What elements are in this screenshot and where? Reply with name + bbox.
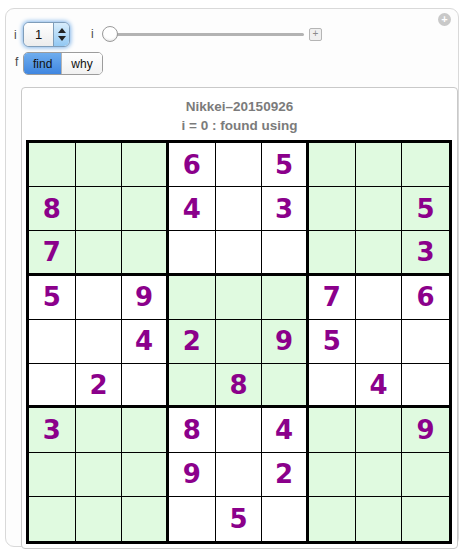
sudoku-cell-r7c7 <box>309 408 356 452</box>
iteration-slider[interactable] <box>104 33 304 36</box>
sudoku-cell-r3c5 <box>216 231 263 275</box>
sudoku-cell-r6c5: 8 <box>216 364 263 408</box>
slider-label: i <box>91 27 94 41</box>
sudoku-cell-r6c3 <box>122 364 169 408</box>
sudoku-cell-r9c9 <box>402 497 449 541</box>
stepper-up-icon[interactable] <box>58 28 66 33</box>
sudoku-cell-r6c2: 2 <box>76 364 123 408</box>
sudoku-cell-r4c2 <box>76 276 123 320</box>
mode-toggle: find why <box>23 52 103 75</box>
manipulate-frame: i 1 i + f find why + Nikkei–20150926 i =… <box>5 8 459 547</box>
sudoku-cell-r1c3 <box>122 143 169 187</box>
slider-expander-button[interactable]: + <box>309 28 322 41</box>
sudoku-cell-r8c4: 9 <box>169 453 216 497</box>
sudoku-cell-r2c7 <box>309 187 356 231</box>
sudoku-cell-r6c4 <box>169 364 216 408</box>
sudoku-cell-r2c3 <box>122 187 169 231</box>
sudoku-cell-r4c3: 9 <box>122 276 169 320</box>
sudoku-cell-r6c9 <box>402 364 449 408</box>
sudoku-cell-r5c8 <box>356 320 403 364</box>
sudoku-cell-r8c3 <box>122 453 169 497</box>
sudoku-cell-r1c2 <box>76 143 123 187</box>
sudoku-cell-r5c3: 4 <box>122 320 169 364</box>
sudoku-cell-r2c6: 3 <box>262 187 309 231</box>
puzzle-title: Nikkei–20150926 <box>22 99 457 114</box>
sudoku-cell-r1c5 <box>216 143 263 187</box>
sudoku-cell-r1c1 <box>29 143 76 187</box>
sudoku-cell-r9c5: 5 <box>216 497 263 541</box>
sudoku-cell-r2c4: 4 <box>169 187 216 231</box>
status-line: i = 0 : found using <box>22 118 457 133</box>
slider-thumb[interactable] <box>102 26 118 42</box>
sudoku-cell-r1c9 <box>402 143 449 187</box>
why-button[interactable]: why <box>61 53 101 74</box>
sudoku-cell-r2c8 <box>356 187 403 231</box>
sudoku-cell-r3c6 <box>262 231 309 275</box>
plus-icon: + <box>313 28 319 39</box>
sudoku-board: 65843573597642952843849925 <box>26 140 452 544</box>
sudoku-cell-r5c4: 2 <box>169 320 216 364</box>
sudoku-cell-r4c7: 7 <box>309 276 356 320</box>
sudoku-cell-r4c5 <box>216 276 263 320</box>
sudoku-cell-r1c7 <box>309 143 356 187</box>
sudoku-cell-r9c4 <box>169 497 216 541</box>
stepper-value: 1 <box>24 23 53 46</box>
sudoku-cell-r9c2 <box>76 497 123 541</box>
sudoku-cell-r7c6: 4 <box>262 408 309 452</box>
sudoku-cell-r7c1: 3 <box>29 408 76 452</box>
find-button[interactable]: find <box>24 53 61 74</box>
sudoku-cell-r7c8 <box>356 408 403 452</box>
sudoku-cell-r6c7 <box>309 364 356 408</box>
sudoku-cell-r8c6: 2 <box>262 453 309 497</box>
sudoku-cell-r5c6: 9 <box>262 320 309 364</box>
sudoku-cell-r4c9: 6 <box>402 276 449 320</box>
sudoku-cell-r1c4: 6 <box>169 143 216 187</box>
sudoku-cell-r5c5 <box>216 320 263 364</box>
stepper-down-icon[interactable] <box>58 36 66 41</box>
sudoku-cell-r6c8: 4 <box>356 364 403 408</box>
sudoku-cell-r5c2 <box>76 320 123 364</box>
sudoku-cell-r4c8 <box>356 276 403 320</box>
manipulate-menu-button[interactable]: + <box>438 13 451 26</box>
sudoku-cell-r8c2 <box>76 453 123 497</box>
stepper-label: i <box>14 28 17 42</box>
sudoku-cell-r5c9 <box>402 320 449 364</box>
sudoku-cell-r6c6 <box>262 364 309 408</box>
sudoku-cell-r9c7 <box>309 497 356 541</box>
sudoku-cell-r3c8 <box>356 231 403 275</box>
sudoku-cell-r3c3 <box>122 231 169 275</box>
sudoku-cell-r4c6 <box>262 276 309 320</box>
iteration-stepper[interactable]: 1 <box>23 22 70 47</box>
sudoku-cell-r9c6 <box>262 497 309 541</box>
sudoku-cell-r7c2 <box>76 408 123 452</box>
sudoku-cell-r2c5 <box>216 187 263 231</box>
sudoku-cell-r8c7 <box>309 453 356 497</box>
toggle-label: f <box>15 55 18 69</box>
output-panel: Nikkei–20150926 i = 0 : found using 6584… <box>21 87 458 549</box>
sudoku-cell-r3c7 <box>309 231 356 275</box>
sudoku-cell-r9c1 <box>29 497 76 541</box>
sudoku-cell-r8c5 <box>216 453 263 497</box>
sudoku-cell-r3c9: 3 <box>402 231 449 275</box>
sudoku-cell-r4c1: 5 <box>29 276 76 320</box>
sudoku-cell-r3c2 <box>76 231 123 275</box>
sudoku-cell-r8c9 <box>402 453 449 497</box>
sudoku-cell-r2c1: 8 <box>29 187 76 231</box>
plus-icon: + <box>441 13 447 25</box>
sudoku-cell-r5c7: 5 <box>309 320 356 364</box>
sudoku-cell-r9c3 <box>122 497 169 541</box>
sudoku-cell-r1c8 <box>356 143 403 187</box>
sudoku-cell-r5c1 <box>29 320 76 364</box>
sudoku-cell-r2c2 <box>76 187 123 231</box>
sudoku-cell-r8c8 <box>356 453 403 497</box>
sudoku-cell-r1c6: 5 <box>262 143 309 187</box>
stepper-arrow-buttons[interactable] <box>53 23 69 46</box>
sudoku-cell-r4c4 <box>169 276 216 320</box>
sudoku-cell-r7c5 <box>216 408 263 452</box>
sudoku-cell-r7c4: 8 <box>169 408 216 452</box>
sudoku-cell-r9c8 <box>356 497 403 541</box>
sudoku-cell-r8c1 <box>29 453 76 497</box>
sudoku-cell-r3c1: 7 <box>29 231 76 275</box>
sudoku-cell-r7c9: 9 <box>402 408 449 452</box>
sudoku-cell-r7c3 <box>122 408 169 452</box>
sudoku-cell-r2c9: 5 <box>402 187 449 231</box>
sudoku-cell-r6c1 <box>29 364 76 408</box>
sudoku-cell-r3c4 <box>169 231 216 275</box>
